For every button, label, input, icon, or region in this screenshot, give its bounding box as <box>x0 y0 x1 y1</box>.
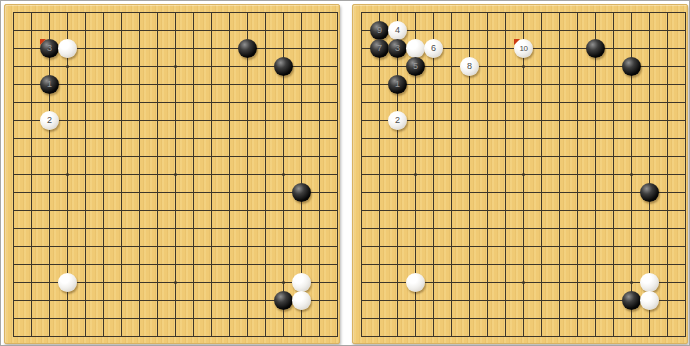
grid-cell <box>185 166 203 184</box>
grid-cell <box>329 58 340 76</box>
grid-cell <box>479 94 497 112</box>
grid-cell <box>587 184 605 202</box>
grid-cell <box>5 112 23 130</box>
grid-cell <box>275 130 293 148</box>
grid-cell <box>623 220 641 238</box>
grid-cell <box>587 292 605 310</box>
grid-cell <box>479 202 497 220</box>
grid-cell <box>239 94 257 112</box>
grid-cell <box>23 94 41 112</box>
grid-cell <box>587 256 605 274</box>
grid-cell <box>623 76 641 94</box>
grid-cell <box>641 166 659 184</box>
grid-cell <box>59 130 77 148</box>
grid-cell <box>677 328 688 344</box>
grid-cell <box>113 94 131 112</box>
move-number: 3 <box>395 44 400 53</box>
grid-cell <box>605 328 623 344</box>
grid-cell <box>623 256 641 274</box>
black-stone: 3 <box>388 39 407 58</box>
grid-cell <box>203 310 221 328</box>
grid-cell <box>167 328 185 344</box>
grid-cell <box>131 4 149 22</box>
grid-cell <box>95 220 113 238</box>
grid-cell <box>5 58 23 76</box>
grid-cell <box>479 256 497 274</box>
grid-cell <box>623 184 641 202</box>
grid-cell <box>257 184 275 202</box>
grid-cell <box>149 184 167 202</box>
grid-cell <box>389 220 407 238</box>
grid-cell <box>407 220 425 238</box>
grid-cell <box>677 220 688 238</box>
grid-cell <box>275 292 293 310</box>
grid-cell <box>551 148 569 166</box>
move-number: 9 <box>377 26 382 35</box>
grid-cell <box>203 4 221 22</box>
grid-cell <box>149 4 167 22</box>
grid-cell <box>389 94 407 112</box>
grid-cell <box>131 148 149 166</box>
grid-cell <box>443 76 461 94</box>
grid-cell <box>641 130 659 148</box>
grid-cell <box>371 256 389 274</box>
grid-cell <box>239 328 257 344</box>
grid-cell <box>59 76 77 94</box>
grid-cell <box>5 238 23 256</box>
grid-cell <box>461 112 479 130</box>
white-stone <box>58 273 77 292</box>
grid-cell <box>77 274 95 292</box>
grid-cell <box>329 4 340 22</box>
move-number: 1 <box>395 80 400 89</box>
grid-cell <box>221 4 239 22</box>
grid-cell <box>353 256 371 274</box>
grid-cell <box>443 22 461 40</box>
grid-cell <box>239 202 257 220</box>
grid-cell <box>23 166 41 184</box>
grid-cell <box>5 220 23 238</box>
grid-cell <box>425 256 443 274</box>
grid-cell <box>587 310 605 328</box>
grid-cell <box>461 220 479 238</box>
grid-cell <box>59 310 77 328</box>
black-stone: 7 <box>370 39 389 58</box>
grid-cell <box>569 4 587 22</box>
grid-cell <box>515 166 533 184</box>
grid-cell <box>533 148 551 166</box>
grid-cell <box>443 4 461 22</box>
grid-cell <box>389 292 407 310</box>
grid-cell <box>5 76 23 94</box>
grid-cell <box>587 40 605 58</box>
grid-cell <box>425 112 443 130</box>
grid-cell <box>167 76 185 94</box>
grid-cell <box>533 166 551 184</box>
grid-cell <box>77 238 95 256</box>
white-stone: 2 <box>40 111 59 130</box>
grid-cell <box>95 166 113 184</box>
grid-cell <box>425 4 443 22</box>
grid-cell <box>497 238 515 256</box>
grid-cell <box>131 112 149 130</box>
grid-cell <box>659 130 677 148</box>
grid-cell <box>623 274 641 292</box>
grid-cell <box>587 76 605 94</box>
grid-cell <box>623 22 641 40</box>
grid-cell <box>587 130 605 148</box>
grid-cell <box>497 4 515 22</box>
grid-cell <box>203 256 221 274</box>
grid-cell: 6 <box>425 40 443 58</box>
grid-cell: 1 <box>41 76 59 94</box>
grid-cell <box>293 58 311 76</box>
grid-cell <box>41 202 59 220</box>
grid-cell <box>77 4 95 22</box>
grid-cell <box>167 310 185 328</box>
grid-cell <box>239 220 257 238</box>
grid-cell <box>59 202 77 220</box>
grid-cell <box>311 256 329 274</box>
grid-cell <box>41 166 59 184</box>
grid-cell <box>479 112 497 130</box>
grid-cell <box>533 292 551 310</box>
grid-cell <box>479 166 497 184</box>
grid-cell <box>239 256 257 274</box>
grid-cell <box>311 220 329 238</box>
grid-cell <box>515 220 533 238</box>
grid-cell <box>371 112 389 130</box>
grid-cell <box>167 130 185 148</box>
grid-cell <box>95 94 113 112</box>
grid-cell <box>425 22 443 40</box>
grid-cell <box>185 148 203 166</box>
grid-cell <box>353 274 371 292</box>
grid-cell <box>131 76 149 94</box>
grid-cell <box>533 112 551 130</box>
grid-cell <box>23 238 41 256</box>
grid-cell <box>497 256 515 274</box>
grid-cell <box>5 184 23 202</box>
grid-cell <box>497 310 515 328</box>
grid-cell <box>329 202 340 220</box>
grid-cell <box>239 76 257 94</box>
black-stone <box>640 183 659 202</box>
grid-cell <box>353 94 371 112</box>
grid-cell <box>569 328 587 344</box>
grid-cell <box>407 184 425 202</box>
grid-cell <box>329 94 340 112</box>
grid-cell <box>167 4 185 22</box>
grid-cell <box>257 166 275 184</box>
grid-cell <box>623 202 641 220</box>
grid-cell <box>641 328 659 344</box>
kifu-diagram-panel: 312 94736105812 <box>0 0 690 346</box>
grid-cell <box>275 76 293 94</box>
grid-cell <box>293 256 311 274</box>
grid-cell <box>23 292 41 310</box>
black-stone: 1 <box>40 75 59 94</box>
grid-cell <box>275 202 293 220</box>
grid-cell <box>677 112 688 130</box>
grid-cell <box>497 130 515 148</box>
grid-cell <box>59 220 77 238</box>
grid-cell <box>641 76 659 94</box>
grid-cell <box>329 40 340 58</box>
grid-cell <box>353 22 371 40</box>
grid-cell <box>293 328 311 344</box>
star-point <box>522 65 525 68</box>
grid-cell <box>479 238 497 256</box>
white-stone <box>406 39 425 58</box>
grid-cell <box>5 274 23 292</box>
grid-cell <box>623 292 641 310</box>
grid-cell <box>407 274 425 292</box>
star-point <box>174 65 177 68</box>
grid-cell <box>659 328 677 344</box>
grid-cell <box>167 220 185 238</box>
grid-cell <box>41 94 59 112</box>
grid-cell <box>515 130 533 148</box>
grid-cell <box>533 94 551 112</box>
go-board-right: 94736105812 <box>352 4 688 344</box>
grid-cell <box>479 220 497 238</box>
grid-cell <box>95 4 113 22</box>
grid-cell <box>569 94 587 112</box>
grid-cell <box>41 4 59 22</box>
grid-cell <box>257 22 275 40</box>
grid-cell <box>443 292 461 310</box>
white-stone <box>292 273 311 292</box>
grid-cell <box>311 328 329 344</box>
grid-cell <box>59 274 77 292</box>
grid-cell <box>149 292 167 310</box>
grid-cell <box>551 76 569 94</box>
grid-cell <box>329 220 340 238</box>
grid-cell <box>443 202 461 220</box>
grid-cell <box>221 328 239 344</box>
grid-cell <box>131 310 149 328</box>
move-number: 6 <box>431 44 436 53</box>
grid-cell <box>257 112 275 130</box>
grid-cell <box>407 130 425 148</box>
grid-cell <box>59 292 77 310</box>
grid-cell <box>371 4 389 22</box>
grid-cell <box>257 76 275 94</box>
grid-cell <box>95 130 113 148</box>
white-stone: 4 <box>388 21 407 40</box>
grid-cell <box>389 184 407 202</box>
grid-cell <box>443 310 461 328</box>
grid-cell <box>203 40 221 58</box>
grid-cell <box>221 184 239 202</box>
grid-cell <box>425 292 443 310</box>
grid-cell <box>353 238 371 256</box>
grid-cell <box>275 166 293 184</box>
grid-cell <box>677 202 688 220</box>
move-number: 2 <box>47 116 52 125</box>
grid-cell <box>311 202 329 220</box>
grid-cell <box>479 4 497 22</box>
grid-cell <box>479 148 497 166</box>
grid-cell <box>221 76 239 94</box>
grid-cell <box>167 256 185 274</box>
grid-cell <box>641 4 659 22</box>
grid-cell <box>293 94 311 112</box>
grid-cell <box>257 220 275 238</box>
grid-cell <box>407 76 425 94</box>
grid-cell <box>203 184 221 202</box>
grid-cell <box>113 220 131 238</box>
grid-cell: 9 <box>371 22 389 40</box>
grid-cell <box>185 76 203 94</box>
grid-cell <box>185 22 203 40</box>
last-move-marker <box>40 39 46 45</box>
grid-cell <box>185 58 203 76</box>
grid-cell <box>497 76 515 94</box>
grid-cell: 3 <box>389 40 407 58</box>
grid-cell <box>533 274 551 292</box>
grid-cell <box>221 220 239 238</box>
grid-cell <box>605 130 623 148</box>
grid-cell <box>329 256 340 274</box>
grid-cell <box>497 112 515 130</box>
grid-cell <box>515 256 533 274</box>
grid-cell <box>425 274 443 292</box>
grid-cell: 2 <box>389 112 407 130</box>
grid-cell <box>605 76 623 94</box>
black-stone <box>292 183 311 202</box>
grid-cell <box>311 310 329 328</box>
grid-cell <box>371 130 389 148</box>
move-number: 5 <box>413 62 418 71</box>
grid-cell <box>95 148 113 166</box>
grid-cell <box>77 130 95 148</box>
grid-cell <box>23 202 41 220</box>
grid-cell <box>149 310 167 328</box>
grid-cell <box>95 184 113 202</box>
grid-cell <box>293 40 311 58</box>
grid-cell <box>515 148 533 166</box>
grid-cell <box>257 310 275 328</box>
grid-cell <box>203 292 221 310</box>
star-point <box>66 173 69 176</box>
grid-cell <box>497 274 515 292</box>
grid-cell <box>389 310 407 328</box>
grid-cell <box>371 328 389 344</box>
grid-cell <box>239 274 257 292</box>
grid-cell <box>113 184 131 202</box>
grid-cell <box>311 238 329 256</box>
grid-cell <box>95 292 113 310</box>
grid-cell <box>587 94 605 112</box>
grid-cell <box>131 292 149 310</box>
grid-cell <box>587 148 605 166</box>
grid-cell <box>371 220 389 238</box>
grid-cell <box>275 148 293 166</box>
grid-cell <box>77 328 95 344</box>
grid-cell <box>167 112 185 130</box>
grid-cell <box>569 166 587 184</box>
grid-cell <box>551 310 569 328</box>
grid-cell <box>371 148 389 166</box>
grid-cell <box>149 166 167 184</box>
grid-cell <box>59 4 77 22</box>
grid-cell <box>677 238 688 256</box>
grid-cell <box>677 130 688 148</box>
grid-cell <box>23 130 41 148</box>
grid-cell <box>257 148 275 166</box>
grid-cell <box>5 130 23 148</box>
grid-cell <box>407 328 425 344</box>
grid-cell <box>461 76 479 94</box>
grid-cell <box>167 274 185 292</box>
grid-cell <box>497 292 515 310</box>
grid-cell <box>353 202 371 220</box>
black-stone <box>274 291 293 310</box>
grid-cell <box>257 40 275 58</box>
grid-cell <box>185 238 203 256</box>
grid-cell <box>113 328 131 344</box>
grid-cell <box>149 202 167 220</box>
grid-cell <box>461 94 479 112</box>
grid-cell <box>497 166 515 184</box>
grid-cell <box>515 184 533 202</box>
grid-cell <box>569 274 587 292</box>
grid-cell <box>605 148 623 166</box>
grid-cell <box>479 22 497 40</box>
grid-cell <box>239 166 257 184</box>
grid-cell <box>569 22 587 40</box>
grid-cell <box>41 292 59 310</box>
grid-cell <box>587 328 605 344</box>
grid-cell <box>149 40 167 58</box>
grid-cell <box>515 22 533 40</box>
grid-cell <box>149 220 167 238</box>
grid-cell <box>131 274 149 292</box>
grid-cell <box>605 310 623 328</box>
grid-cell <box>605 292 623 310</box>
grid-cell <box>221 58 239 76</box>
white-stone <box>58 39 77 58</box>
grid-cell <box>407 238 425 256</box>
grid-cell <box>185 130 203 148</box>
grid-cell <box>167 292 185 310</box>
grid-cell <box>515 76 533 94</box>
grid-cell <box>5 166 23 184</box>
grid-cell <box>293 202 311 220</box>
grid-cell <box>41 58 59 76</box>
grid-cell <box>497 94 515 112</box>
grid-cell <box>623 40 641 58</box>
black-stone <box>238 39 257 58</box>
grid-cell <box>167 22 185 40</box>
grid-cell <box>23 4 41 22</box>
grid-cell <box>293 130 311 148</box>
black-stone: 1 <box>388 75 407 94</box>
grid-cell <box>311 184 329 202</box>
grid-cell <box>329 328 340 344</box>
grid-cell <box>221 238 239 256</box>
grid-cell <box>239 310 257 328</box>
grid-cell <box>641 40 659 58</box>
grid-cell <box>131 94 149 112</box>
grid-cell <box>113 274 131 292</box>
grid-cell <box>623 4 641 22</box>
black-stone: 9 <box>370 21 389 40</box>
grid-cell <box>551 328 569 344</box>
grid-cell <box>551 94 569 112</box>
